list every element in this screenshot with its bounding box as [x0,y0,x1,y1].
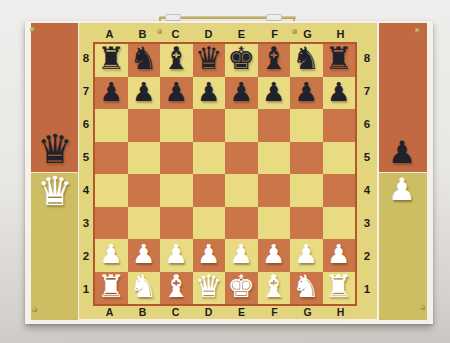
square-g5[interactable] [290,142,323,175]
square-e7[interactable]: ♟ [225,77,258,110]
square-h7[interactable]: ♟ [323,77,356,110]
piece-white-pawn[interactable]: ♟ [295,241,318,267]
file-label: E [225,306,258,319]
piece-black-pawn[interactable]: ♟ [262,79,285,105]
square-d2[interactable]: ♟ [193,239,226,272]
square-c4[interactable] [160,174,193,207]
square-b6[interactable] [128,109,161,142]
piece-white-pawn[interactable]: ♟ [197,241,220,267]
square-g6[interactable] [290,109,323,142]
rank-label: 3 [79,207,93,240]
file-label: F [258,306,291,319]
file-label: H [324,306,357,319]
square-e2[interactable]: ♟ [225,239,258,272]
coordinate-frame: ABCDEFGH ABCDEFGH 87654321 87654321 ♜♞♝♛… [79,23,377,319]
rank-label: 7 [79,75,93,108]
square-d4[interactable] [193,174,226,207]
piece-black-rook[interactable]: ♜ [97,43,125,74]
file-label: F [258,23,291,42]
file-label: C [159,23,192,42]
piece-white-rook[interactable]: ♜ [325,271,353,302]
square-f1[interactable]: ♝ [258,272,291,305]
right-piece-tray: ♟♟ [379,23,427,319]
square-e1[interactable]: ♚ [225,272,258,305]
square-f7[interactable]: ♟ [258,77,291,110]
square-e5[interactable] [225,142,258,175]
file-label: C [159,306,192,319]
handle-sleeve-left [165,14,181,21]
square-b5[interactable] [128,142,161,175]
photo-wall-background: ♛♛ ABCDEFGH ABCDEFGH 87654321 87654321 ♜… [0,0,450,343]
square-a4[interactable] [95,174,128,207]
piece-black-bishop[interactable]: ♝ [260,43,288,74]
square-d5[interactable] [193,142,226,175]
tray-piece-white-pawn[interactable]: ♟ [388,174,416,205]
square-b3[interactable] [128,207,161,240]
square-a3[interactable] [95,207,128,240]
piece-white-bishop[interactable]: ♝ [260,271,288,302]
square-h8[interactable]: ♜ [323,44,356,77]
tray-piece-black-pawn[interactable]: ♟ [388,137,416,168]
rank-label: 4 [79,174,93,207]
square-h6[interactable] [323,109,356,142]
rank-label: 1 [79,273,93,306]
rank-label: 6 [357,108,377,141]
rank-label: 5 [357,141,377,174]
file-label: A [93,23,126,42]
square-g3[interactable] [290,207,323,240]
square-f2[interactable]: ♟ [258,239,291,272]
square-a1[interactable]: ♜ [95,272,128,305]
rank-labels-right: 87654321 [357,42,377,306]
square-g8[interactable]: ♞ [290,44,323,77]
square-b2[interactable]: ♟ [128,239,161,272]
square-a7[interactable]: ♟ [95,77,128,110]
square-h3[interactable] [323,207,356,240]
piece-black-pawn[interactable]: ♟ [197,79,220,105]
file-labels-bottom: ABCDEFGH [93,306,357,319]
square-b4[interactable] [128,174,161,207]
handle-hook-icon [157,29,162,34]
piece-black-king[interactable]: ♚ [227,43,255,74]
square-e4[interactable] [225,174,258,207]
tray-piece-black-queen[interactable]: ♛ [37,129,73,169]
piece-white-bishop[interactable]: ♝ [162,271,190,302]
handle-hook-icon [292,29,297,34]
rank-label: 8 [357,42,377,75]
screw-icon [30,27,35,32]
handle-sleeve-right [266,14,282,21]
piece-white-pawn[interactable]: ♟ [100,241,123,267]
piece-white-pawn[interactable]: ♟ [327,241,350,267]
rank-label: 4 [357,174,377,207]
rank-label: 6 [79,108,93,141]
square-d3[interactable] [193,207,226,240]
piece-black-pawn[interactable]: ♟ [295,79,318,105]
file-label: G [291,306,324,319]
file-label: H [324,23,357,42]
piece-white-pawn[interactable]: ♟ [230,241,253,267]
square-c6[interactable] [160,109,193,142]
rank-label: 2 [79,240,93,273]
square-c7[interactable]: ♟ [160,77,193,110]
square-c5[interactable] [160,142,193,175]
rank-label: 7 [357,75,377,108]
square-f4[interactable] [258,174,291,207]
square-b7[interactable]: ♟ [128,77,161,110]
rank-label: 5 [79,141,93,174]
square-d7[interactable]: ♟ [193,77,226,110]
screw-icon [420,305,425,310]
rank-labels-left: 87654321 [79,42,93,306]
rank-label: 3 [357,207,377,240]
square-e6[interactable] [225,109,258,142]
square-c3[interactable] [160,207,193,240]
piece-black-rook[interactable]: ♜ [325,43,353,74]
piece-white-rook[interactable]: ♜ [97,271,125,302]
piece-black-pawn[interactable]: ♟ [165,79,188,105]
square-f5[interactable] [258,142,291,175]
file-label: D [192,23,225,42]
square-a6[interactable] [95,109,128,142]
screw-icon [415,28,420,33]
square-h2[interactable]: ♟ [323,239,356,272]
file-label: B [126,306,159,319]
screw-icon [32,307,37,312]
square-d1[interactable]: ♛ [193,272,226,305]
square-d8[interactable]: ♛ [193,44,226,77]
square-d6[interactable] [193,109,226,142]
square-a5[interactable] [95,142,128,175]
square-h4[interactable] [323,174,356,207]
chess-board-grid: ♜♞♝♛♚♝♞♜♟♟♟♟♟♟♟♟♟♟♟♟♟♟♟♟♜♞♝♛♚♝♞♜ [93,42,357,306]
piece-white-pawn[interactable]: ♟ [132,241,155,267]
square-h5[interactable] [323,142,356,175]
square-g7[interactable]: ♟ [290,77,323,110]
square-a8[interactable]: ♜ [95,44,128,77]
square-c1[interactable]: ♝ [160,272,193,305]
piece-black-knight[interactable]: ♞ [292,43,320,74]
square-b8[interactable]: ♞ [128,44,161,77]
left-piece-tray: ♛♛ [31,23,78,319]
piece-white-knight[interactable]: ♞ [130,271,158,302]
file-label: A [93,306,126,319]
piece-white-pawn[interactable]: ♟ [262,241,285,267]
file-label: B [126,23,159,42]
tray-piece-white-queen[interactable]: ♛ [37,171,73,211]
rank-label: 1 [357,273,377,306]
square-f8[interactable]: ♝ [258,44,291,77]
square-e8[interactable]: ♚ [225,44,258,77]
square-f6[interactable] [258,109,291,142]
piece-white-queen[interactable]: ♛ [195,271,223,302]
rank-label: 8 [79,42,93,75]
square-a2[interactable]: ♟ [95,239,128,272]
rank-label: 2 [357,240,377,273]
file-label: D [192,306,225,319]
file-labels-top: ABCDEFGH [93,23,357,42]
square-c8[interactable]: ♝ [160,44,193,77]
piece-white-knight[interactable]: ♞ [292,271,320,302]
demo-board-panel: ♛♛ ABCDEFGH ABCDEFGH 87654321 87654321 ♜… [25,21,433,324]
piece-white-king[interactable]: ♚ [227,271,255,302]
square-e3[interactable] [225,207,258,240]
piece-black-queen[interactable]: ♛ [195,43,223,74]
piece-black-pawn[interactable]: ♟ [132,79,155,105]
square-g2[interactable]: ♟ [290,239,323,272]
piece-black-pawn[interactable]: ♟ [327,79,350,105]
square-g1[interactable]: ♞ [290,272,323,305]
piece-black-bishop[interactable]: ♝ [162,43,190,74]
piece-white-pawn[interactable]: ♟ [165,241,188,267]
square-h1[interactable]: ♜ [323,272,356,305]
square-g4[interactable] [290,174,323,207]
piece-black-pawn[interactable]: ♟ [100,79,123,105]
file-label: E [225,23,258,42]
square-c2[interactable]: ♟ [160,239,193,272]
piece-black-knight[interactable]: ♞ [130,43,158,74]
piece-black-pawn[interactable]: ♟ [230,79,253,105]
square-b1[interactable]: ♞ [128,272,161,305]
square-f3[interactable] [258,207,291,240]
